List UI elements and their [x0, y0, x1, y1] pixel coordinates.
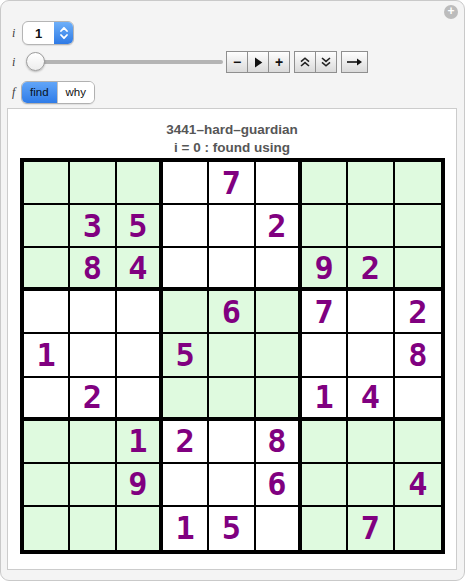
- plus-button[interactable]: +: [268, 51, 290, 73]
- sudoku-cell-r8c4: [163, 464, 209, 507]
- sudoku-cell-r4c2: [70, 291, 116, 334]
- sudoku-cell-r1c9: [395, 162, 441, 205]
- sudoku-cell-r3c2: 8: [70, 248, 116, 291]
- animation-button-group: − +: [226, 51, 290, 73]
- sudoku-cell-r7c1: [24, 421, 70, 464]
- sudoku-cell-r6c3: [117, 378, 163, 421]
- sudoku-cell-r4c6: [256, 291, 302, 334]
- play-button[interactable]: [247, 51, 269, 73]
- double-chevron-up-icon: [299, 56, 311, 68]
- sudoku-cell-r4c4: [163, 291, 209, 334]
- sudoku-cell-r7c2: [70, 421, 116, 464]
- sudoku-cell-r2c6: 2: [256, 205, 302, 248]
- sudoku-cell-r3c1: [24, 248, 70, 291]
- sudoku-cell-r3c3: 4: [117, 248, 163, 291]
- i-slider-thumb[interactable]: [26, 52, 45, 71]
- sudoku-cell-r5c2: [70, 334, 116, 377]
- sudoku-cell-r9c4: 1: [163, 507, 209, 550]
- right-arrow-icon: [346, 57, 363, 67]
- sudoku-cell-r8c9: 4: [395, 464, 441, 507]
- sudoku-cell-r3c4: [163, 248, 209, 291]
- i-slider-track[interactable]: [27, 60, 223, 64]
- sudoku-cell-r5c5: [209, 334, 255, 377]
- play-triangle-icon: [254, 57, 263, 68]
- sudoku-cell-r5c3: [117, 334, 163, 377]
- sudoku-cell-r9c9: [395, 507, 441, 550]
- sudoku-cell-r6c9: [395, 378, 441, 421]
- sudoku-cell-r8c3: 9: [117, 464, 163, 507]
- sudoku-cell-r2c1: [24, 205, 70, 248]
- sudoku-cell-r6c8: 4: [348, 378, 394, 421]
- sudoku-cell-r1c1: [24, 162, 70, 205]
- direction-button[interactable]: [341, 51, 368, 73]
- puzzle-subtitle: i = 0 : found using: [8, 140, 456, 155]
- sudoku-cell-r1c3: [117, 162, 163, 205]
- sudoku-cell-r3c6: [256, 248, 302, 291]
- sudoku-cell-r4c9: 2: [395, 291, 441, 334]
- sudoku-cell-r6c6: [256, 378, 302, 421]
- popup-stepper-icon: [54, 22, 73, 44]
- sudoku-cell-r8c8: [348, 464, 394, 507]
- sudoku-cell-r7c3: 1: [117, 421, 163, 464]
- sudoku-cell-r5c7: [302, 334, 348, 377]
- sudoku-cell-r3c8: 2: [348, 248, 394, 291]
- content-panel: 3441–hard–guardian i = 0 : found using 7…: [7, 108, 457, 570]
- sudoku-cell-r4c5: 6: [209, 291, 255, 334]
- speed-button-group: [294, 51, 337, 73]
- sudoku-cell-r2c7: [302, 205, 348, 248]
- sudoku-cell-r3c7: 9: [302, 248, 348, 291]
- sudoku-cell-r1c8: [348, 162, 394, 205]
- sudoku-cell-r9c2: [70, 507, 116, 550]
- double-chevron-down-icon: [320, 56, 332, 68]
- setter-option-why[interactable]: why: [57, 82, 94, 103]
- chevrons-up-button[interactable]: [294, 51, 316, 73]
- value-popup-menu[interactable]: 1: [22, 21, 74, 45]
- sudoku-cell-r8c5: [209, 464, 255, 507]
- sudoku-cell-r4c7: 7: [302, 291, 348, 334]
- sudoku-cell-r8c1: [24, 464, 70, 507]
- sudoku-cell-r2c3: 5: [117, 205, 163, 248]
- sudoku-cell-r1c7: [302, 162, 348, 205]
- sudoku-cell-r9c3: [117, 507, 163, 550]
- setter-option-find[interactable]: find: [22, 82, 57, 103]
- sudoku-cell-r2c4: [163, 205, 209, 248]
- sudoku-cell-r6c1: [24, 378, 70, 421]
- sudoku-cell-r5c1: 1: [24, 334, 70, 377]
- sudoku-cell-r3c9: [395, 248, 441, 291]
- sudoku-cell-r7c7: [302, 421, 348, 464]
- sudoku-cell-r8c6: 6: [256, 464, 302, 507]
- sudoku-cell-r6c4: [163, 378, 209, 421]
- sudoku-cell-r9c7: [302, 507, 348, 550]
- chevrons-down-button[interactable]: [315, 51, 337, 73]
- sudoku-cell-r4c8: [348, 291, 394, 334]
- sudoku-cell-r5c8: [348, 334, 394, 377]
- sudoku-cell-r8c2: [70, 464, 116, 507]
- sudoku-cell-r2c9: [395, 205, 441, 248]
- sudoku-cell-r4c3: [117, 291, 163, 334]
- sudoku-cell-r1c2: [70, 162, 116, 205]
- sudoku-cell-r6c7: 1: [302, 378, 348, 421]
- slider-label: i: [12, 55, 15, 70]
- expand-plus-icon[interactable]: +: [444, 5, 458, 19]
- popup-current-value: 1: [23, 22, 54, 44]
- sudoku-cell-r5c6: [256, 334, 302, 377]
- sudoku-cell-r6c2: 2: [70, 378, 116, 421]
- popup-label: i: [12, 26, 15, 41]
- f-setter-bar: findwhy: [21, 81, 95, 104]
- sudoku-cell-r2c2: 3: [70, 205, 116, 248]
- sudoku-cell-r9c6: [256, 507, 302, 550]
- sudoku-cell-r7c6: 8: [256, 421, 302, 464]
- sudoku-grid: 73528492672158214128964157: [20, 158, 445, 554]
- sudoku-cell-r8c7: [302, 464, 348, 507]
- sudoku-cell-r6c5: [209, 378, 255, 421]
- sudoku-cell-r5c4: 5: [163, 334, 209, 377]
- sudoku-cell-r7c4: 2: [163, 421, 209, 464]
- sudoku-cell-r9c5: 5: [209, 507, 255, 550]
- sudoku-cell-r9c8: 7: [348, 507, 394, 550]
- sudoku-cell-r7c8: [348, 421, 394, 464]
- minus-button[interactable]: −: [226, 51, 248, 73]
- sudoku-cell-r9c1: [24, 507, 70, 550]
- sudoku-cell-r5c9: 8: [395, 334, 441, 377]
- sudoku-cell-r4c1: [24, 291, 70, 334]
- sudoku-cell-r7c9: [395, 421, 441, 464]
- sudoku-cell-r2c5: [209, 205, 255, 248]
- sudoku-cell-r2c8: [348, 205, 394, 248]
- sudoku-cell-r3c5: [209, 248, 255, 291]
- sudoku-cell-r1c4: [163, 162, 209, 205]
- sudoku-cell-r7c5: [209, 421, 255, 464]
- sudoku-cell-r1c6: [256, 162, 302, 205]
- sudoku-cell-r1c5: 7: [209, 162, 255, 205]
- setter-label: f: [12, 85, 15, 100]
- manipulate-window: + i 1 i − +: [0, 0, 465, 581]
- puzzle-title: 3441–hard–guardian: [8, 122, 456, 137]
